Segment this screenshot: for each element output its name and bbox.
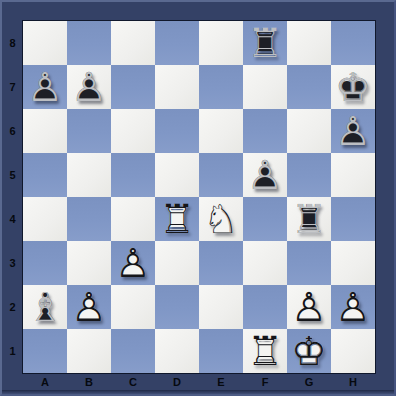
file-label-c: C — [111, 373, 155, 394]
square-e8[interactable] — [199, 21, 243, 65]
square-h1[interactable] — [331, 329, 375, 373]
square-c5[interactable] — [111, 153, 155, 197]
square-e6[interactable] — [199, 109, 243, 153]
square-g2[interactable]: ♟♙ — [287, 285, 331, 329]
square-g1[interactable]: ♚♔ — [287, 329, 331, 373]
square-b1[interactable] — [67, 329, 111, 373]
square-h4[interactable] — [331, 197, 375, 241]
square-f5[interactable]: ♟♙ — [243, 153, 287, 197]
square-b6[interactable] — [67, 109, 111, 153]
square-a4[interactable] — [23, 197, 67, 241]
square-b3[interactable] — [67, 241, 111, 285]
rank-label-5: 5 — [2, 153, 23, 197]
square-c2[interactable] — [111, 285, 155, 329]
square-b2[interactable]: ♟♙ — [67, 285, 111, 329]
square-f2[interactable] — [243, 285, 287, 329]
white-pawn-icon[interactable]: ♟♙ — [111, 241, 155, 285]
square-g7[interactable] — [287, 65, 331, 109]
square-f3[interactable] — [243, 241, 287, 285]
square-a7[interactable]: ♟♙ — [23, 65, 67, 109]
square-e1[interactable] — [199, 329, 243, 373]
square-a6[interactable] — [23, 109, 67, 153]
file-label-g: G — [287, 373, 331, 394]
white-king-icon[interactable]: ♚♔ — [287, 329, 331, 373]
black-bishop-icon[interactable]: ♝♗ — [23, 285, 67, 329]
square-d1[interactable] — [155, 329, 199, 373]
square-b8[interactable] — [67, 21, 111, 65]
square-f7[interactable] — [243, 65, 287, 109]
square-f1[interactable]: ♜♖ — [243, 329, 287, 373]
chess-board: ♜♖♟♙♟♙♚♔♟♙♟♙♜♖♞♘♜♖♟♙♝♗♟♙♟♙♟♙♜♖♚♔ — [23, 21, 375, 373]
square-f4[interactable] — [243, 197, 287, 241]
square-c6[interactable] — [111, 109, 155, 153]
rank-label-4: 4 — [2, 197, 23, 241]
black-pawn-icon[interactable]: ♟♙ — [23, 65, 67, 109]
square-a1[interactable] — [23, 329, 67, 373]
square-d5[interactable] — [155, 153, 199, 197]
black-rook-icon[interactable]: ♜♖ — [287, 197, 331, 241]
chess-board-frame: 87654321 ♜♖♟♙♟♙♚♔♟♙♟♙♜♖♞♘♜♖♟♙♝♗♟♙♟♙♟♙♜♖♚… — [0, 0, 396, 396]
square-h6[interactable]: ♟♙ — [331, 109, 375, 153]
rank-label-8: 8 — [2, 21, 23, 65]
black-pawn-icon[interactable]: ♟♙ — [331, 109, 375, 153]
file-label-a: A — [23, 373, 67, 394]
square-b7[interactable]: ♟♙ — [67, 65, 111, 109]
black-pawn-icon[interactable]: ♟♙ — [67, 65, 111, 109]
square-c8[interactable] — [111, 21, 155, 65]
black-rook-icon[interactable]: ♜♖ — [243, 21, 287, 65]
file-label-d: D — [155, 373, 199, 394]
file-label-h: H — [331, 373, 375, 394]
square-a5[interactable] — [23, 153, 67, 197]
square-c7[interactable] — [111, 65, 155, 109]
square-e3[interactable] — [199, 241, 243, 285]
file-label-b: B — [67, 373, 111, 394]
square-g6[interactable] — [287, 109, 331, 153]
square-d8[interactable] — [155, 21, 199, 65]
square-a8[interactable] — [23, 21, 67, 65]
square-e4[interactable]: ♞♘ — [199, 197, 243, 241]
square-g4[interactable]: ♜♖ — [287, 197, 331, 241]
file-label-e: E — [199, 373, 243, 394]
square-b5[interactable] — [67, 153, 111, 197]
white-knight-icon[interactable]: ♞♘ — [199, 197, 243, 241]
square-a2[interactable]: ♝♗ — [23, 285, 67, 329]
file-label-f: F — [243, 373, 287, 394]
square-d4[interactable]: ♜♖ — [155, 197, 199, 241]
white-pawn-icon[interactable]: ♟♙ — [331, 285, 375, 329]
square-d7[interactable] — [155, 65, 199, 109]
square-d3[interactable] — [155, 241, 199, 285]
square-f8[interactable]: ♜♖ — [243, 21, 287, 65]
square-e5[interactable] — [199, 153, 243, 197]
square-c4[interactable] — [111, 197, 155, 241]
square-g5[interactable] — [287, 153, 331, 197]
square-h7[interactable]: ♚♔ — [331, 65, 375, 109]
rank-label-6: 6 — [2, 109, 23, 153]
white-rook-icon[interactable]: ♜♖ — [243, 329, 287, 373]
rank-label-7: 7 — [2, 65, 23, 109]
black-pawn-icon[interactable]: ♟♙ — [243, 153, 287, 197]
white-pawn-icon[interactable]: ♟♙ — [67, 285, 111, 329]
rank-label-1: 1 — [2, 329, 23, 373]
square-h5[interactable] — [331, 153, 375, 197]
square-e7[interactable] — [199, 65, 243, 109]
rank-labels: 87654321 — [2, 21, 23, 373]
square-h2[interactable]: ♟♙ — [331, 285, 375, 329]
rank-label-3: 3 — [2, 241, 23, 285]
square-c3[interactable]: ♟♙ — [111, 241, 155, 285]
square-c1[interactable] — [111, 329, 155, 373]
square-a3[interactable] — [23, 241, 67, 285]
square-b4[interactable] — [67, 197, 111, 241]
square-g8[interactable] — [287, 21, 331, 65]
white-pawn-icon[interactable]: ♟♙ — [287, 285, 331, 329]
square-d6[interactable] — [155, 109, 199, 153]
white-rook-icon[interactable]: ♜♖ — [155, 197, 199, 241]
black-king-icon[interactable]: ♚♔ — [331, 65, 375, 109]
square-h3[interactable] — [331, 241, 375, 285]
square-f6[interactable] — [243, 109, 287, 153]
square-d2[interactable] — [155, 285, 199, 329]
square-h8[interactable] — [331, 21, 375, 65]
rank-label-2: 2 — [2, 285, 23, 329]
square-e2[interactable] — [199, 285, 243, 329]
file-labels: ABCDEFGH — [23, 373, 375, 394]
square-g3[interactable] — [287, 241, 331, 285]
